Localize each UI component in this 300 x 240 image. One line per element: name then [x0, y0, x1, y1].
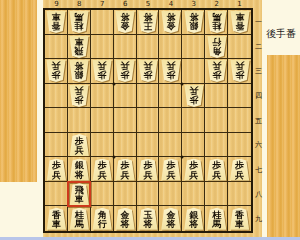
- piece-kanji: 金 将: [166, 12, 175, 32]
- file-label: 5: [137, 0, 160, 8]
- piece-kanji: 歩 兵: [212, 61, 221, 81]
- piece-kanji: 角 行: [98, 209, 107, 229]
- piece-pawn-sente[interactable]: 歩 兵: [68, 133, 91, 158]
- piece-kanji: 歩 兵: [75, 135, 84, 155]
- shogi-board: 987654321 一二三四五六七八九 香 車桂 馬金 将王 将金 将銀 将桂 …: [43, 0, 262, 237]
- board-grid: 香 車桂 馬金 将王 将金 将銀 将桂 馬香 車飛 車角 行歩 兵銀 将歩 兵歩…: [43, 8, 253, 233]
- piece-kanji: 歩 兵: [212, 159, 221, 179]
- piece-kanji: 飛 車: [75, 184, 84, 204]
- piece-lance-gote[interactable]: 香 車: [45, 10, 68, 35]
- piece-pawn-gote[interactable]: 歩 兵: [228, 59, 251, 84]
- rank-label: 七: [254, 157, 263, 182]
- piece-kanji: 歩 兵: [98, 61, 107, 81]
- piece-pawn-sente[interactable]: 歩 兵: [45, 157, 68, 182]
- piece-kanji: 歩 兵: [189, 159, 198, 179]
- piece-kanji: 歩 兵: [75, 86, 84, 106]
- piece-kanji: 歩 兵: [235, 61, 244, 81]
- piece-knight-gote[interactable]: 桂 馬: [205, 10, 228, 35]
- piece-pawn-sente[interactable]: 歩 兵: [205, 157, 228, 182]
- piece-knight-sente[interactable]: 桂 馬: [68, 206, 91, 231]
- piece-knight-gote[interactable]: 桂 馬: [68, 10, 91, 35]
- piece-kanji: 銀 将: [189, 12, 198, 32]
- gote-piece-stand[interactable]: [262, 0, 300, 55]
- piece-kanji: 歩 兵: [235, 159, 244, 179]
- piece-pawn-gote[interactable]: 歩 兵: [68, 84, 91, 109]
- rank-label: 三: [254, 59, 263, 84]
- piece-kanji: 香 車: [52, 209, 61, 229]
- piece-pawn-sente[interactable]: 歩 兵: [91, 157, 114, 182]
- piece-pawn-sente[interactable]: 歩 兵: [137, 157, 160, 182]
- piece-kanji: 香 車: [235, 12, 244, 32]
- rank-label: 一: [254, 10, 263, 35]
- shogi-app-window: 後手番 987654321 一二三四五六七八九 香 車桂 馬金 将王 将金 将銀…: [0, 0, 300, 240]
- piece-pawn-sente[interactable]: 歩 兵: [159, 157, 182, 182]
- piece-bishop-gote[interactable]: 角 行: [205, 35, 228, 60]
- piece-pawn-gote[interactable]: 歩 兵: [45, 59, 68, 84]
- rank-labels: 一二三四五六七八九: [254, 10, 263, 231]
- piece-kanji: 王 将: [143, 12, 152, 32]
- piece-kanji: 飛 車: [75, 37, 84, 57]
- piece-pawn-gote[interactable]: 歩 兵: [205, 59, 228, 84]
- left-wood-panel: [0, 0, 37, 182]
- file-label: 4: [159, 0, 182, 8]
- piece-pawn-gote[interactable]: 歩 兵: [137, 59, 160, 84]
- right-panel: 後手番: [262, 0, 300, 237]
- piece-kanji: 金 将: [121, 209, 130, 229]
- piece-kanji: 歩 兵: [52, 159, 61, 179]
- piece-kanji: 桂 馬: [212, 209, 221, 229]
- piece-pawn-gote[interactable]: 歩 兵: [159, 59, 182, 84]
- piece-kanji: 金 将: [166, 209, 175, 229]
- piece-kanji: 銀 将: [189, 209, 198, 229]
- piece-kanji: 歩 兵: [121, 61, 130, 81]
- file-label: 8: [68, 0, 91, 8]
- rank-label: 六: [254, 133, 263, 158]
- piece-gold-sente[interactable]: 金 将: [114, 206, 137, 231]
- file-label: 2: [205, 0, 228, 8]
- piece-silver-sente[interactable]: 銀 将: [68, 157, 91, 182]
- piece-kanji: 歩 兵: [121, 159, 130, 179]
- piece-kanji: 歩 兵: [143, 61, 152, 81]
- piece-pawn-gote[interactable]: 歩 兵: [91, 59, 114, 84]
- piece-gold-sente[interactable]: 金 将: [159, 206, 182, 231]
- piece-pawn-gote[interactable]: 歩 兵: [114, 59, 137, 84]
- piece-knight-sente[interactable]: 桂 馬: [205, 206, 228, 231]
- piece-silver-gote[interactable]: 銀 将: [68, 59, 91, 84]
- piece-kanji: 玉 将: [143, 209, 152, 229]
- pieces-layer: 香 車桂 馬金 将王 将金 将銀 将桂 馬香 車飛 車角 行歩 兵銀 将歩 兵歩…: [45, 10, 251, 231]
- file-label: 9: [45, 0, 68, 8]
- file-labels: 987654321: [45, 0, 251, 8]
- piece-silver-sente[interactable]: 銀 将: [182, 206, 205, 231]
- piece-lance-sente[interactable]: 香 車: [45, 206, 68, 231]
- piece-gold-gote[interactable]: 金 将: [159, 10, 182, 35]
- sente-piece-stand[interactable]: [0, 182, 37, 237]
- piece-kanji: 桂 馬: [212, 12, 221, 32]
- piece-kanji: 金 将: [121, 12, 130, 32]
- piece-pawn-sente[interactable]: 歩 兵: [182, 157, 205, 182]
- piece-kanji: 歩 兵: [166, 61, 175, 81]
- piece-kanji: 歩 兵: [166, 159, 175, 179]
- file-label: 1: [228, 0, 251, 8]
- rank-label: 八: [254, 182, 263, 207]
- piece-pawn-gote[interactable]: 歩 兵: [182, 84, 205, 109]
- piece-kanji: 歩 兵: [189, 86, 198, 106]
- piece-kanji: 香 車: [235, 209, 244, 229]
- piece-lance-sente[interactable]: 香 車: [228, 206, 251, 231]
- rank-label: 四: [254, 84, 263, 109]
- piece-king-gote[interactable]: 王 将: [137, 10, 160, 35]
- piece-rook-gote[interactable]: 飛 車: [68, 35, 91, 60]
- piece-bishop-sente[interactable]: 角 行: [91, 206, 114, 231]
- left-panel: [0, 0, 43, 237]
- file-label: 6: [114, 0, 137, 8]
- piece-kanji: 香 車: [52, 12, 61, 32]
- rank-label: 二: [254, 35, 263, 60]
- file-label: 3: [182, 0, 205, 8]
- piece-kanji: 桂 馬: [75, 209, 84, 229]
- piece-kanji: 角 行: [212, 37, 221, 57]
- piece-kanji: 銀 将: [75, 61, 84, 81]
- piece-kanji: 桂 馬: [75, 12, 84, 32]
- piece-king-sente[interactable]: 玉 将: [137, 206, 160, 231]
- piece-kanji: 歩 兵: [98, 159, 107, 179]
- right-wood-panel: [267, 55, 300, 237]
- rank-label: 九: [254, 207, 263, 232]
- piece-gold-gote[interactable]: 金 将: [114, 10, 137, 35]
- file-label: 7: [91, 0, 114, 8]
- piece-silver-gote[interactable]: 銀 将: [182, 10, 205, 35]
- piece-kanji: 歩 兵: [143, 159, 152, 179]
- piece-pawn-sente[interactable]: 歩 兵: [228, 157, 251, 182]
- piece-kanji: 歩 兵: [52, 61, 61, 81]
- piece-lance-gote[interactable]: 香 車: [228, 10, 251, 35]
- piece-pawn-sente[interactable]: 歩 兵: [114, 157, 137, 182]
- piece-rook-sente[interactable]: 飛 車: [68, 182, 91, 207]
- rank-label: 五: [254, 108, 263, 133]
- piece-kanji: 銀 将: [75, 159, 84, 179]
